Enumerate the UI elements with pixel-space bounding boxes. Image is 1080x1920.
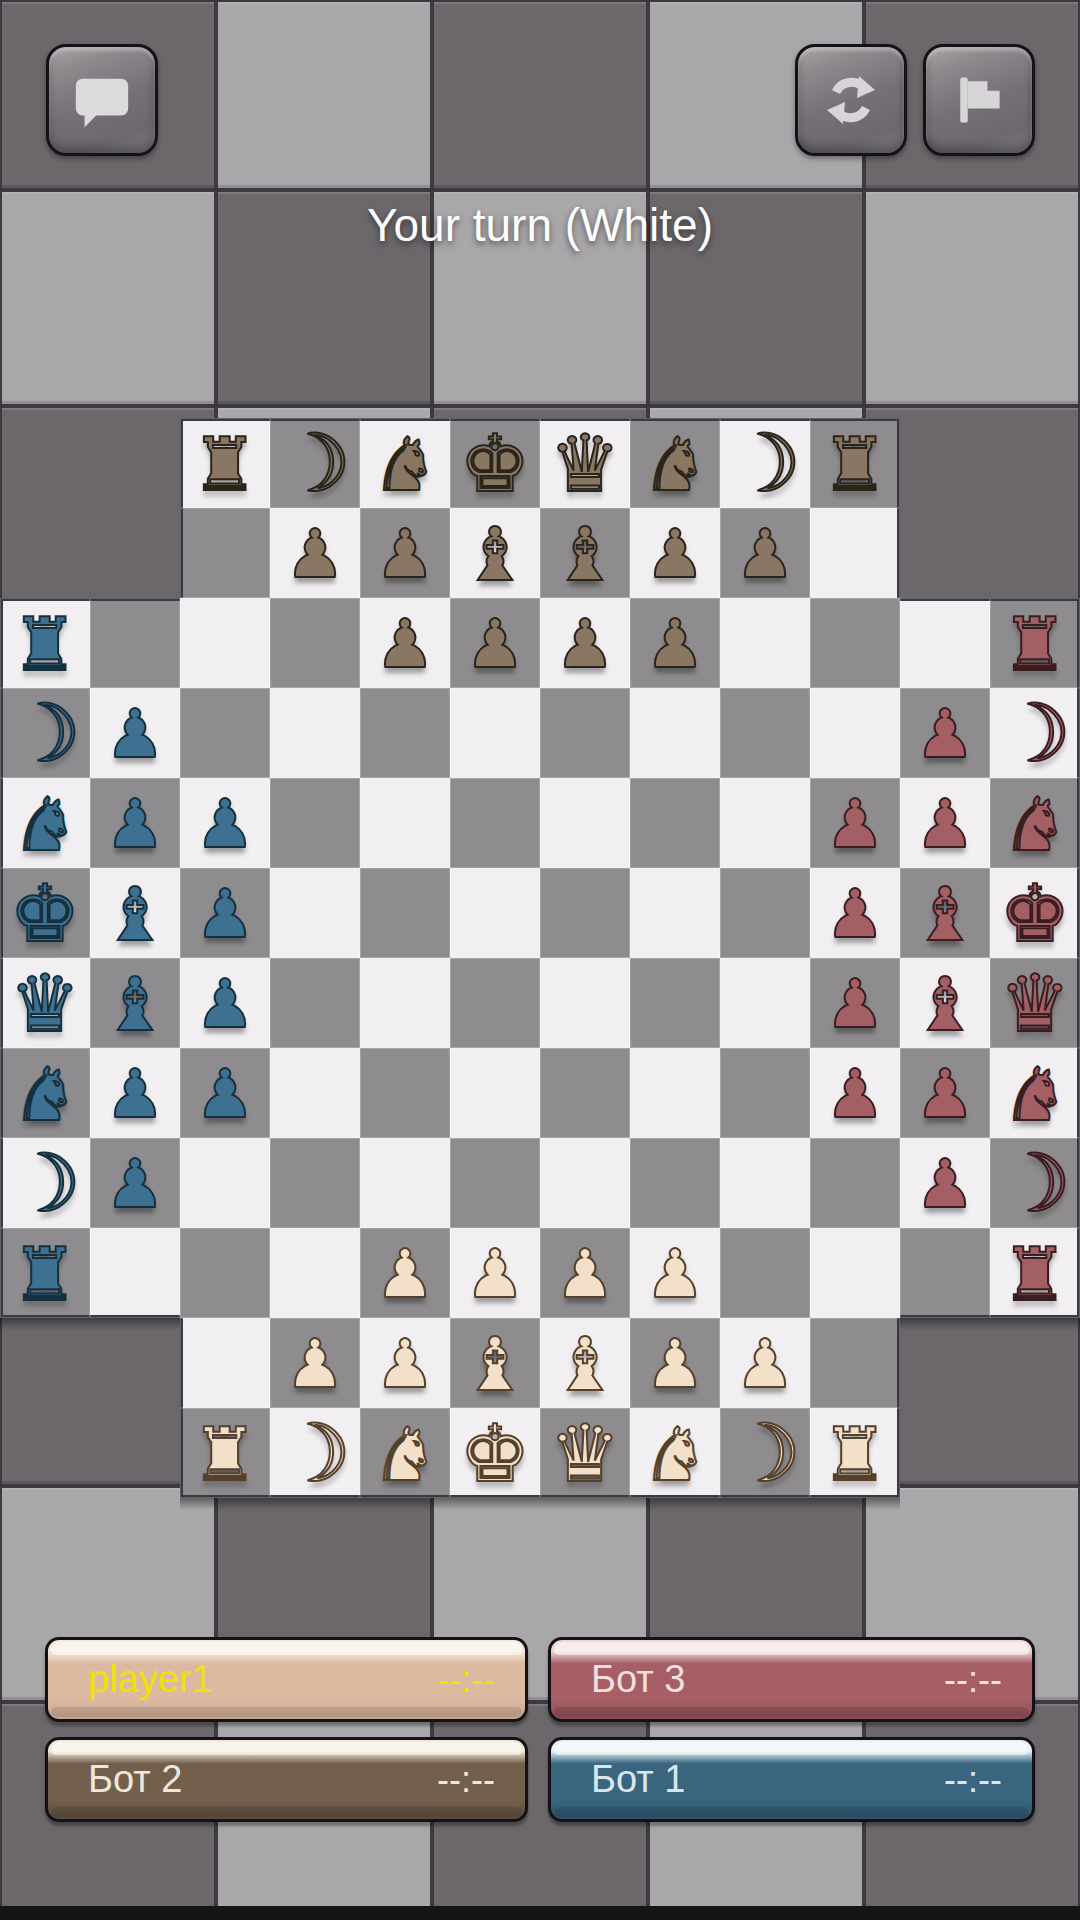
piece-white-king[interactable]: ♚ bbox=[450, 1408, 540, 1498]
piece-brown-knight[interactable]: ♞ bbox=[630, 418, 720, 508]
square-i6[interactable] bbox=[720, 868, 810, 958]
square-f3[interactable]: ♟ bbox=[450, 598, 540, 688]
piece-brown-knight[interactable]: ♞ bbox=[360, 418, 450, 508]
square-i5[interactable] bbox=[720, 778, 810, 868]
player-name: Бот 3 bbox=[591, 1658, 944, 1701]
square-g4[interactable] bbox=[540, 688, 630, 778]
square-i9[interactable] bbox=[720, 1138, 810, 1228]
square-c8[interactable]: ♟ bbox=[180, 1048, 270, 1138]
piece-white-pawn[interactable]: ♟ bbox=[270, 1318, 360, 1408]
piece-red-bishop[interactable]: ♝ bbox=[900, 958, 990, 1048]
square-e12[interactable]: ♞ bbox=[360, 1408, 450, 1498]
bottom-system-strip bbox=[0, 1906, 1080, 1920]
square-g12[interactable]: ♛ bbox=[540, 1408, 630, 1498]
square-b6[interactable]: ♝ bbox=[90, 868, 180, 958]
square-f7[interactable] bbox=[450, 958, 540, 1048]
player-bar-brown: Бот 2 --:-- bbox=[45, 1737, 528, 1822]
cut-corner bbox=[900, 508, 990, 598]
piece-brown-king[interactable]: ♚ bbox=[450, 418, 540, 508]
square-h8[interactable] bbox=[630, 1048, 720, 1138]
square-f6[interactable] bbox=[450, 868, 540, 958]
piece-blue-bishop[interactable]: ♝ bbox=[90, 958, 180, 1048]
square-g7[interactable] bbox=[540, 958, 630, 1048]
player-clock: --:-- bbox=[944, 1759, 1002, 1801]
square-h12[interactable]: ♞ bbox=[630, 1408, 720, 1498]
square-e9[interactable] bbox=[360, 1138, 450, 1228]
square-h4[interactable] bbox=[630, 688, 720, 778]
square-a9[interactable]: ☽ bbox=[0, 1138, 90, 1228]
square-g1[interactable]: ♛ bbox=[540, 418, 630, 508]
square-a8[interactable]: ♞ bbox=[0, 1048, 90, 1138]
square-d10[interactable] bbox=[270, 1228, 360, 1318]
piece-blue-moon (crescent)[interactable]: ☽ bbox=[0, 1138, 90, 1228]
piece-red-pawn[interactable]: ♟ bbox=[810, 958, 900, 1048]
bg-tile bbox=[216, 0, 432, 190]
square-l5[interactable]: ♞ bbox=[990, 778, 1080, 868]
square-d5[interactable] bbox=[270, 778, 360, 868]
square-j2[interactable] bbox=[810, 508, 900, 598]
square-j5[interactable]: ♟ bbox=[810, 778, 900, 868]
square-g3[interactable]: ♟ bbox=[540, 598, 630, 688]
square-c6[interactable]: ♟ bbox=[180, 868, 270, 958]
square-c12[interactable]: ♜ bbox=[180, 1408, 270, 1498]
square-h7[interactable] bbox=[630, 958, 720, 1048]
square-l3[interactable]: ♜ bbox=[990, 598, 1080, 688]
cut-corner bbox=[900, 1408, 990, 1498]
square-l6[interactable]: ♚ bbox=[990, 868, 1080, 958]
piece-red-bishop[interactable]: ♝ bbox=[900, 868, 990, 958]
piece-blue-pawn[interactable]: ♟ bbox=[90, 778, 180, 868]
piece-white-rook[interactable]: ♜ bbox=[180, 1408, 270, 1498]
board-shadow bbox=[180, 1498, 900, 1510]
piece-blue-rook[interactable]: ♜ bbox=[0, 1228, 90, 1318]
square-b5[interactable]: ♟ bbox=[90, 778, 180, 868]
piece-white-bishop[interactable]: ♝ bbox=[450, 1318, 540, 1408]
piece-red-pawn[interactable]: ♟ bbox=[810, 1048, 900, 1138]
piece-brown-pawn[interactable]: ♟ bbox=[270, 508, 360, 598]
piece-brown-moon (crescent)[interactable]: ☽ bbox=[270, 418, 360, 508]
square-b10[interactable] bbox=[90, 1228, 180, 1318]
piece-white-pawn[interactable]: ♟ bbox=[720, 1318, 810, 1408]
square-c4[interactable] bbox=[180, 688, 270, 778]
square-k7[interactable]: ♝ bbox=[900, 958, 990, 1048]
chess-board: ♜☽♞♚♛♞☽♜♟♟♝♝♟♟♜♟♟♟♟♜☽♟♟☽♞♟♟♟♟♞♚♝♟♟♝♚♛♝♟♟… bbox=[0, 418, 1080, 1498]
square-g6[interactable] bbox=[540, 868, 630, 958]
square-g10[interactable]: ♟ bbox=[540, 1228, 630, 1318]
square-l10[interactable]: ♜ bbox=[990, 1228, 1080, 1318]
cut-corner bbox=[90, 418, 180, 508]
square-f12[interactable]: ♚ bbox=[450, 1408, 540, 1498]
piece-blue-pawn[interactable]: ♟ bbox=[90, 1048, 180, 1138]
square-c3[interactable] bbox=[180, 598, 270, 688]
square-l7[interactable]: ♛ bbox=[990, 958, 1080, 1048]
square-e5[interactable] bbox=[360, 778, 450, 868]
square-f4[interactable] bbox=[450, 688, 540, 778]
piece-blue-queen[interactable]: ♛ bbox=[0, 958, 90, 1048]
piece-blue-pawn[interactable]: ♟ bbox=[90, 688, 180, 778]
square-c7[interactable]: ♟ bbox=[180, 958, 270, 1048]
cut-corner bbox=[990, 508, 1080, 598]
square-d4[interactable] bbox=[270, 688, 360, 778]
square-l8[interactable]: ♞ bbox=[990, 1048, 1080, 1138]
square-k3[interactable] bbox=[900, 598, 990, 688]
square-j7[interactable]: ♟ bbox=[810, 958, 900, 1048]
piece-blue-knight[interactable]: ♞ bbox=[0, 1048, 90, 1138]
piece-blue-moon (crescent)[interactable]: ☽ bbox=[0, 688, 90, 778]
piece-brown-bishop[interactable]: ♝ bbox=[540, 508, 630, 598]
piece-red-pawn[interactable]: ♟ bbox=[810, 868, 900, 958]
square-c2[interactable] bbox=[180, 508, 270, 598]
square-j6[interactable]: ♟ bbox=[810, 868, 900, 958]
square-d6[interactable] bbox=[270, 868, 360, 958]
square-d9[interactable] bbox=[270, 1138, 360, 1228]
piece-blue-rook[interactable]: ♜ bbox=[0, 598, 90, 688]
square-h10[interactable]: ♟ bbox=[630, 1228, 720, 1318]
square-c11[interactable] bbox=[180, 1318, 270, 1408]
square-k4[interactable]: ♟ bbox=[900, 688, 990, 778]
square-e8[interactable] bbox=[360, 1048, 450, 1138]
square-e1[interactable]: ♞ bbox=[360, 418, 450, 508]
square-g2[interactable]: ♝ bbox=[540, 508, 630, 598]
cut-corner bbox=[990, 1318, 1080, 1408]
flag-icon bbox=[949, 70, 1009, 130]
player-bar-red: Бот 3 --:-- bbox=[548, 1637, 1035, 1722]
piece-brown-rook[interactable]: ♜ bbox=[180, 418, 270, 508]
square-g9[interactable] bbox=[540, 1138, 630, 1228]
square-k8[interactable]: ♟ bbox=[900, 1048, 990, 1138]
piece-white-pawn[interactable]: ♟ bbox=[630, 1228, 720, 1318]
piece-white-knight[interactable]: ♞ bbox=[360, 1408, 450, 1498]
square-a7[interactable]: ♛ bbox=[0, 958, 90, 1048]
square-f2[interactable]: ♝ bbox=[450, 508, 540, 598]
piece-brown-pawn[interactable]: ♟ bbox=[360, 598, 450, 688]
piece-blue-knight[interactable]: ♞ bbox=[0, 778, 90, 868]
cut-corner bbox=[900, 1318, 990, 1408]
piece-brown-pawn[interactable]: ♟ bbox=[360, 508, 450, 598]
square-a3[interactable]: ♜ bbox=[0, 598, 90, 688]
square-e6[interactable] bbox=[360, 868, 450, 958]
piece-brown-rook[interactable]: ♜ bbox=[810, 418, 900, 508]
square-b9[interactable]: ♟ bbox=[90, 1138, 180, 1228]
piece-red-king[interactable]: ♚ bbox=[990, 868, 1080, 958]
square-d3[interactable] bbox=[270, 598, 360, 688]
square-a10[interactable]: ♜ bbox=[0, 1228, 90, 1318]
player-clock: --:-- bbox=[944, 1659, 1002, 1701]
square-i11[interactable]: ♟ bbox=[720, 1318, 810, 1408]
square-d2[interactable]: ♟ bbox=[270, 508, 360, 598]
piece-red-knight[interactable]: ♞ bbox=[990, 1048, 1080, 1138]
square-d8[interactable] bbox=[270, 1048, 360, 1138]
square-h11[interactable]: ♟ bbox=[630, 1318, 720, 1408]
piece-white-pawn[interactable]: ♟ bbox=[630, 1318, 720, 1408]
player-bar-white: player1 --:-- bbox=[45, 1637, 528, 1722]
piece-red-moon (crescent)[interactable]: ☽ bbox=[990, 688, 1080, 778]
piece-white-knight[interactable]: ♞ bbox=[630, 1408, 720, 1498]
square-j4[interactable] bbox=[810, 688, 900, 778]
refresh-arrows-icon bbox=[819, 68, 883, 132]
piece-red-pawn[interactable]: ♟ bbox=[900, 1048, 990, 1138]
piece-blue-king[interactable]: ♚ bbox=[0, 868, 90, 958]
piece-red-pawn[interactable]: ♟ bbox=[810, 778, 900, 868]
turn-banner: Your turn (White) bbox=[0, 198, 1080, 252]
square-b4[interactable]: ♟ bbox=[90, 688, 180, 778]
square-g8[interactable] bbox=[540, 1048, 630, 1138]
piece-red-rook[interactable]: ♜ bbox=[990, 1228, 1080, 1318]
square-j9[interactable] bbox=[810, 1138, 900, 1228]
square-h6[interactable] bbox=[630, 868, 720, 958]
square-e10[interactable]: ♟ bbox=[360, 1228, 450, 1318]
square-b8[interactable]: ♟ bbox=[90, 1048, 180, 1138]
piece-white-pawn[interactable]: ♟ bbox=[540, 1228, 630, 1318]
square-h3[interactable]: ♟ bbox=[630, 598, 720, 688]
piece-blue-pawn[interactable]: ♟ bbox=[90, 1138, 180, 1228]
piece-red-rook[interactable]: ♜ bbox=[990, 598, 1080, 688]
piece-white-rook[interactable]: ♜ bbox=[810, 1408, 900, 1498]
piece-white-pawn[interactable]: ♟ bbox=[360, 1318, 450, 1408]
square-c9[interactable] bbox=[180, 1138, 270, 1228]
piece-brown-bishop[interactable]: ♝ bbox=[450, 508, 540, 598]
square-a5[interactable]: ♞ bbox=[0, 778, 90, 868]
square-e3[interactable]: ♟ bbox=[360, 598, 450, 688]
square-h5[interactable] bbox=[630, 778, 720, 868]
piece-white-moon (crescent)[interactable]: ☽ bbox=[720, 1408, 810, 1498]
square-e4[interactable] bbox=[360, 688, 450, 778]
chat-button[interactable] bbox=[46, 44, 158, 156]
piece-blue-pawn[interactable]: ♟ bbox=[180, 868, 270, 958]
square-i4[interactable] bbox=[720, 688, 810, 778]
square-h2[interactable]: ♟ bbox=[630, 508, 720, 598]
piece-brown-pawn[interactable]: ♟ bbox=[450, 598, 540, 688]
piece-red-pawn[interactable]: ♟ bbox=[900, 778, 990, 868]
piece-brown-pawn[interactable]: ♟ bbox=[630, 598, 720, 688]
cut-corner bbox=[0, 418, 90, 508]
square-f5[interactable] bbox=[450, 778, 540, 868]
square-i1[interactable]: ☽ bbox=[720, 418, 810, 508]
square-k5[interactable]: ♟ bbox=[900, 778, 990, 868]
square-f1[interactable]: ♚ bbox=[450, 418, 540, 508]
square-f9[interactable] bbox=[450, 1138, 540, 1228]
piece-red-pawn[interactable]: ♟ bbox=[900, 688, 990, 778]
cut-corner bbox=[0, 1318, 90, 1408]
square-j1[interactable]: ♜ bbox=[810, 418, 900, 508]
square-c1[interactable]: ♜ bbox=[180, 418, 270, 508]
square-e11[interactable]: ♟ bbox=[360, 1318, 450, 1408]
square-h9[interactable] bbox=[630, 1138, 720, 1228]
cut-corner bbox=[90, 508, 180, 598]
cut-corner bbox=[0, 1408, 90, 1498]
refresh-button[interactable] bbox=[795, 44, 907, 156]
player-name: Бот 1 bbox=[591, 1758, 944, 1801]
square-a4[interactable]: ☽ bbox=[0, 688, 90, 778]
square-c5[interactable]: ♟ bbox=[180, 778, 270, 868]
square-j12[interactable]: ♜ bbox=[810, 1408, 900, 1498]
square-a6[interactable]: ♚ bbox=[0, 868, 90, 958]
piece-white-pawn[interactable]: ♟ bbox=[450, 1228, 540, 1318]
square-d12[interactable]: ☽ bbox=[270, 1408, 360, 1498]
cut-corner bbox=[90, 1318, 180, 1408]
square-f10[interactable]: ♟ bbox=[450, 1228, 540, 1318]
square-i3[interactable] bbox=[720, 598, 810, 688]
square-b3[interactable] bbox=[90, 598, 180, 688]
board-shadow bbox=[900, 1318, 1080, 1330]
square-i10[interactable] bbox=[720, 1228, 810, 1318]
piece-blue-pawn[interactable]: ♟ bbox=[180, 958, 270, 1048]
square-h1[interactable]: ♞ bbox=[630, 418, 720, 508]
piece-blue-bishop[interactable]: ♝ bbox=[90, 868, 180, 958]
square-f11[interactable]: ♝ bbox=[450, 1318, 540, 1408]
square-k9[interactable]: ♟ bbox=[900, 1138, 990, 1228]
player-clock: --:-- bbox=[437, 1759, 495, 1801]
square-l9[interactable]: ☽ bbox=[990, 1138, 1080, 1228]
square-i7[interactable] bbox=[720, 958, 810, 1048]
bg-tile bbox=[432, 0, 648, 190]
player-name: player1 bbox=[88, 1658, 437, 1701]
square-d11[interactable]: ♟ bbox=[270, 1318, 360, 1408]
square-j8[interactable]: ♟ bbox=[810, 1048, 900, 1138]
chat-bubble-icon bbox=[71, 69, 133, 131]
piece-blue-pawn[interactable]: ♟ bbox=[180, 1048, 270, 1138]
square-i2[interactable]: ♟ bbox=[720, 508, 810, 598]
square-c10[interactable] bbox=[180, 1228, 270, 1318]
square-e2[interactable]: ♟ bbox=[360, 508, 450, 598]
cut-corner bbox=[990, 1408, 1080, 1498]
app-root: { "game": "four-player chess — 12x12 boa… bbox=[0, 0, 1080, 1920]
square-d7[interactable] bbox=[270, 958, 360, 1048]
square-i8[interactable] bbox=[720, 1048, 810, 1138]
piece-brown-pawn[interactable]: ♟ bbox=[540, 598, 630, 688]
piece-white-pawn[interactable]: ♟ bbox=[360, 1228, 450, 1318]
cut-corner bbox=[90, 1408, 180, 1498]
square-d1[interactable]: ☽ bbox=[270, 418, 360, 508]
piece-red-queen[interactable]: ♛ bbox=[990, 958, 1080, 1048]
cut-corner bbox=[0, 508, 90, 598]
square-j3[interactable] bbox=[810, 598, 900, 688]
piece-brown-queen[interactable]: ♛ bbox=[540, 418, 630, 508]
square-e7[interactable] bbox=[360, 958, 450, 1048]
piece-white-bishop[interactable]: ♝ bbox=[540, 1318, 630, 1408]
square-k6[interactable]: ♝ bbox=[900, 868, 990, 958]
piece-brown-pawn[interactable]: ♟ bbox=[630, 508, 720, 598]
flag-button[interactable] bbox=[923, 44, 1035, 156]
piece-white-moon (crescent)[interactable]: ☽ bbox=[270, 1408, 360, 1498]
cut-corner bbox=[900, 418, 990, 508]
square-b7[interactable]: ♝ bbox=[90, 958, 180, 1048]
piece-red-moon (crescent)[interactable]: ☽ bbox=[990, 1138, 1080, 1228]
piece-brown-pawn[interactable]: ♟ bbox=[720, 508, 810, 598]
piece-white-queen[interactable]: ♛ bbox=[540, 1408, 630, 1498]
cut-corner bbox=[990, 418, 1080, 508]
square-k10[interactable] bbox=[900, 1228, 990, 1318]
square-i12[interactable]: ☽ bbox=[720, 1408, 810, 1498]
square-f8[interactable] bbox=[450, 1048, 540, 1138]
board-shadow bbox=[0, 1318, 180, 1330]
player-bar-blue: Бот 1 --:-- bbox=[548, 1737, 1035, 1822]
player-clock: --:-- bbox=[437, 1659, 495, 1701]
piece-red-pawn[interactable]: ♟ bbox=[900, 1138, 990, 1228]
piece-red-knight[interactable]: ♞ bbox=[990, 778, 1080, 868]
square-j11[interactable] bbox=[810, 1318, 900, 1408]
player-name: Бот 2 bbox=[88, 1758, 437, 1801]
square-j10[interactable] bbox=[810, 1228, 900, 1318]
square-g11[interactable]: ♝ bbox=[540, 1318, 630, 1408]
square-g5[interactable] bbox=[540, 778, 630, 868]
square-l4[interactable]: ☽ bbox=[990, 688, 1080, 778]
piece-blue-pawn[interactable]: ♟ bbox=[180, 778, 270, 868]
piece-brown-moon (crescent)[interactable]: ☽ bbox=[720, 418, 810, 508]
